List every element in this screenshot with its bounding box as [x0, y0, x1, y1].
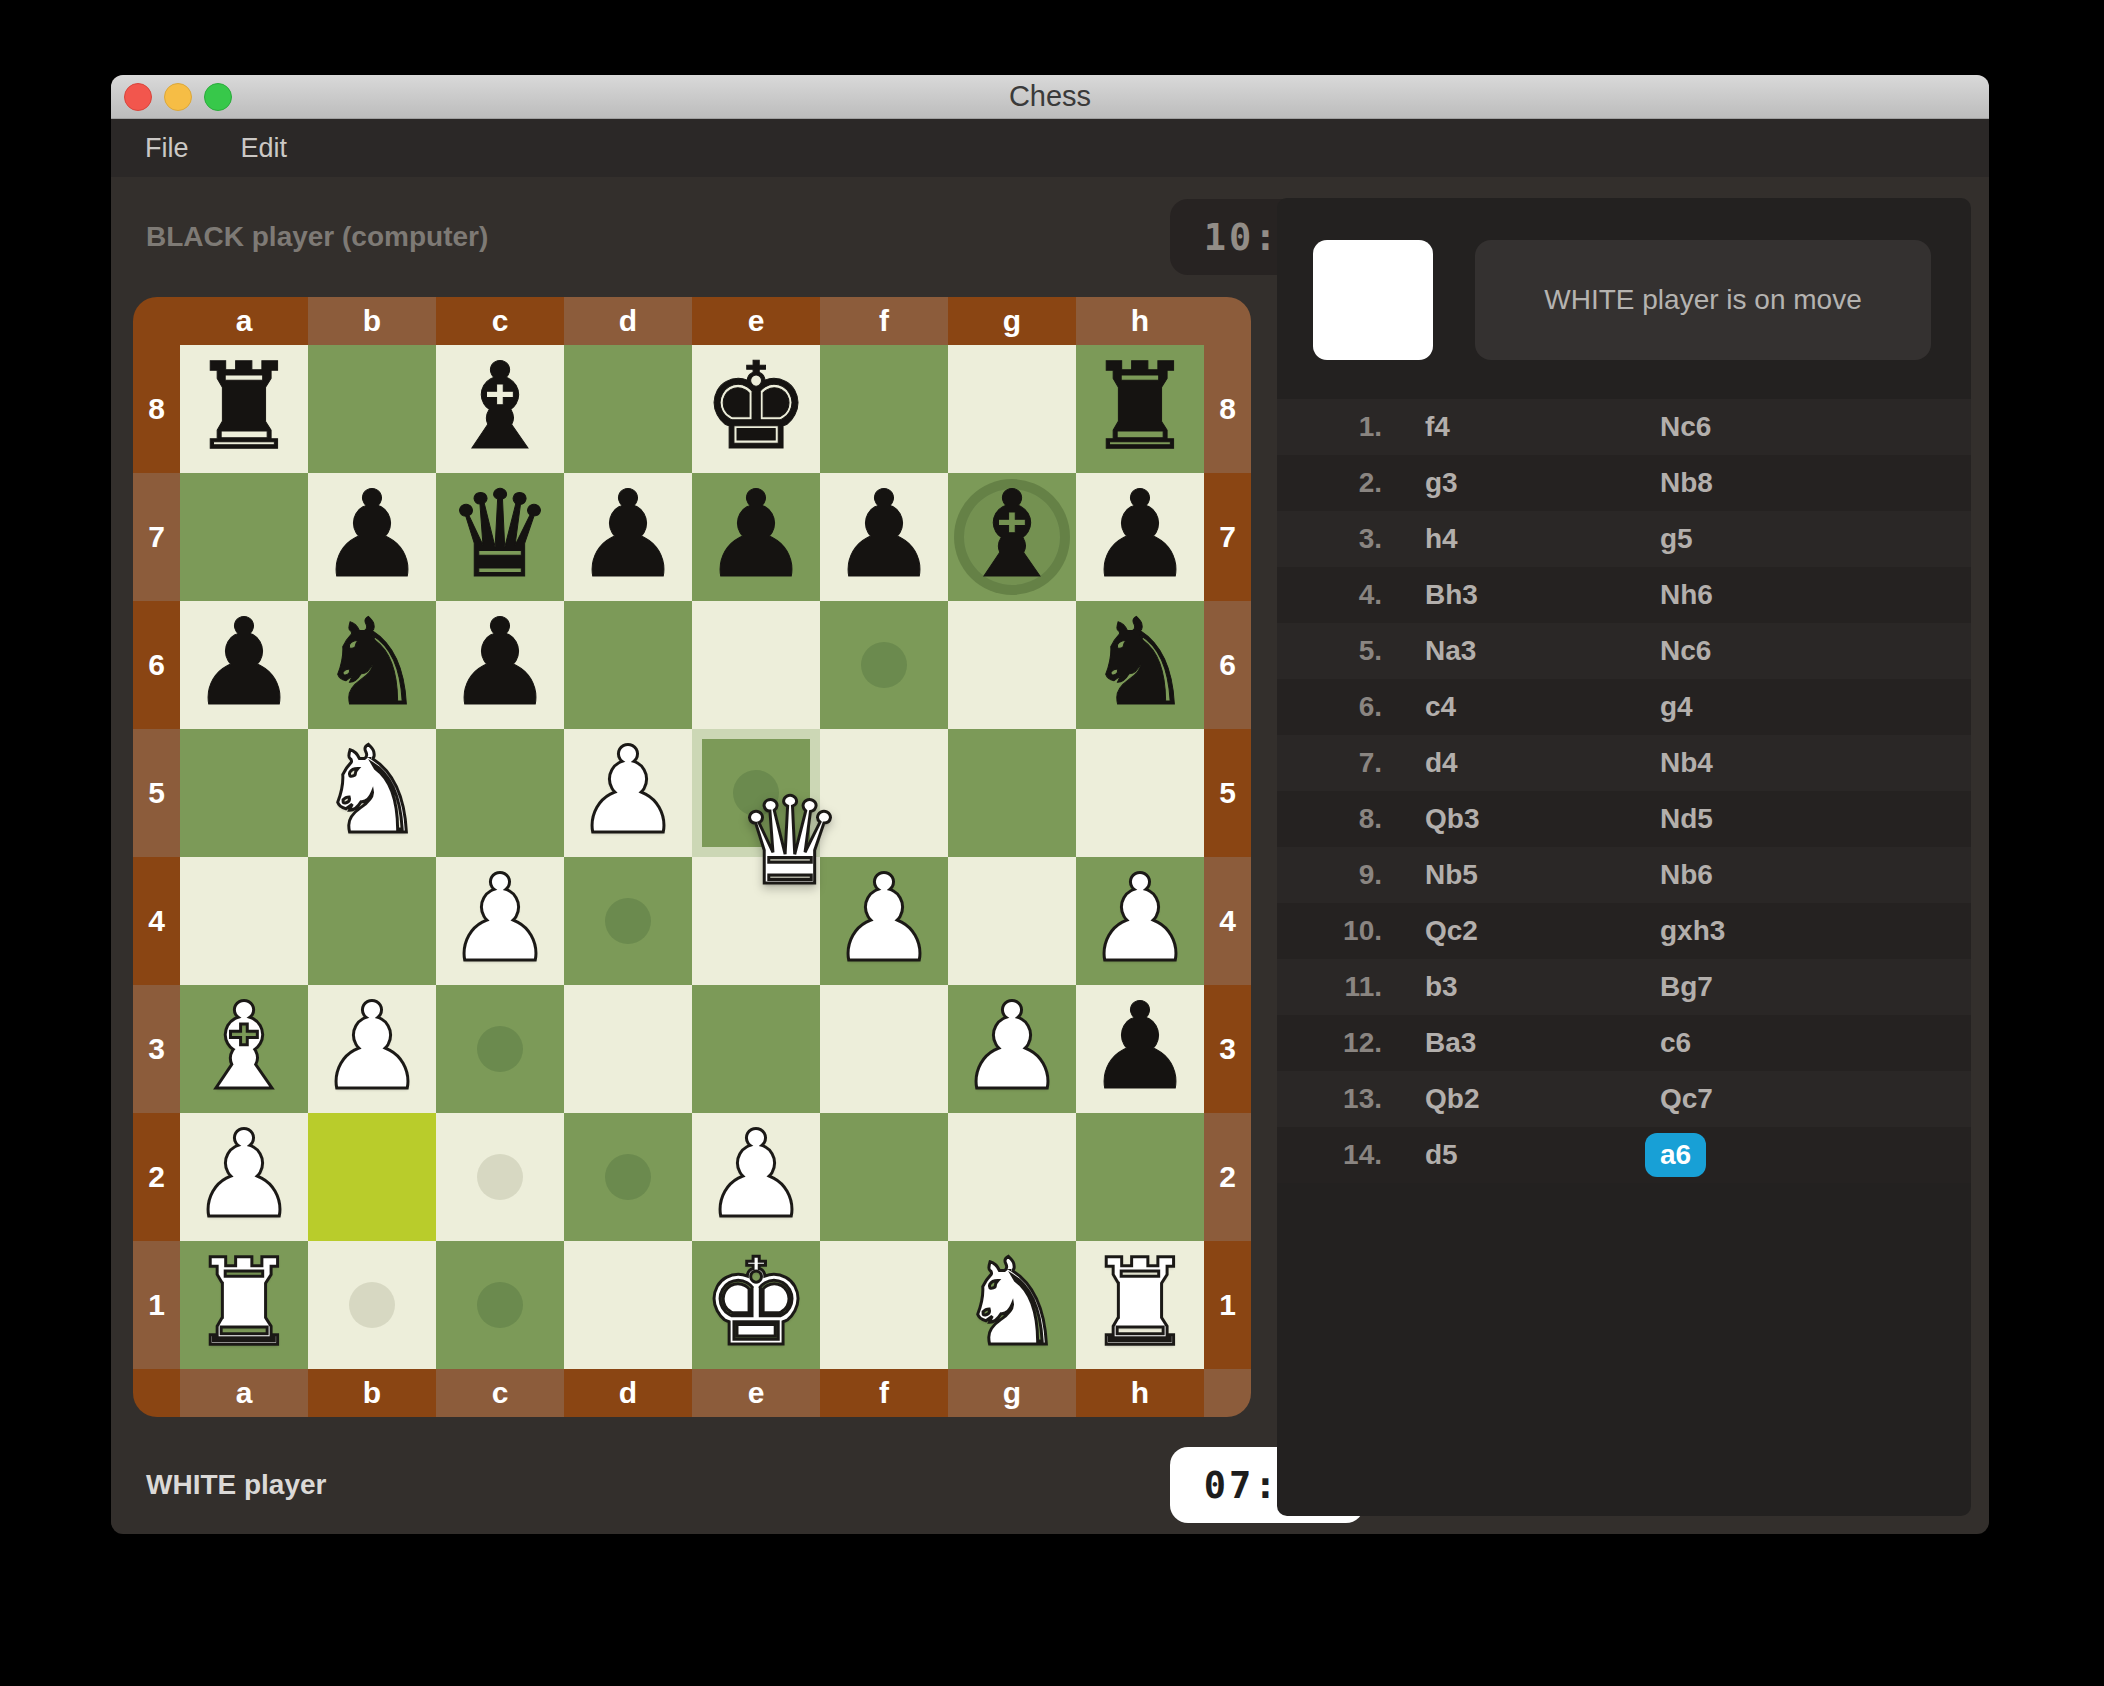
square-d2[interactable]: [564, 1113, 692, 1241]
black-move[interactable]: gxh3: [1660, 915, 1725, 947]
file-label-g: g: [948, 1369, 1076, 1417]
square-h8[interactable]: ♜: [1076, 345, 1204, 473]
piece-black-pawn[interactable]: ♟: [564, 473, 692, 601]
square-c4[interactable]: ♟: [436, 857, 564, 985]
piece-black-pawn[interactable]: ♟: [1076, 985, 1204, 1113]
white-move[interactable]: f4: [1425, 411, 1660, 443]
black-move[interactable]: Nc6: [1660, 635, 1711, 667]
square-h3[interactable]: ♟: [1076, 985, 1204, 1113]
piece-white-pawn[interactable]: ♟: [692, 1113, 820, 1241]
file-label-b: b: [308, 297, 436, 345]
legal-move-dot: [477, 1282, 523, 1328]
square-b1[interactable]: [308, 1241, 436, 1369]
square-f2[interactable]: [820, 1113, 948, 1241]
turn-indicator-white: [1313, 240, 1433, 360]
piece-black-bishop[interactable]: ♝: [436, 345, 564, 473]
square-a6[interactable]: ♟: [180, 601, 308, 729]
square-b5[interactable]: ♞: [308, 729, 436, 857]
square-b6[interactable]: ♞: [308, 601, 436, 729]
rank-label-8: 8: [1204, 345, 1251, 473]
square-g8[interactable]: [948, 345, 1076, 473]
square-h6[interactable]: ♞: [1076, 601, 1204, 729]
move-number: 13.: [1277, 1083, 1382, 1115]
piece-black-queen[interactable]: ♛: [436, 473, 564, 601]
move-row-14: 14.d5a6: [1277, 1127, 1971, 1183]
legal-move-dot: [861, 642, 907, 688]
square-g7[interactable]: ♝: [948, 473, 1076, 601]
menu-file[interactable]: File: [145, 133, 189, 164]
square-d1[interactable]: [564, 1241, 692, 1369]
square-a2[interactable]: ♟: [180, 1113, 308, 1241]
piece-white-pawn[interactable]: ♟: [564, 729, 692, 857]
move-number: 3.: [1277, 523, 1382, 555]
piece-white-pawn[interactable]: ♟: [180, 1113, 308, 1241]
square-e1[interactable]: ♚: [692, 1241, 820, 1369]
white-move[interactable]: g3: [1425, 467, 1660, 499]
white-move[interactable]: Na3: [1425, 635, 1660, 667]
square-e6[interactable]: [692, 601, 820, 729]
square-h4[interactable]: ♟: [1076, 857, 1204, 985]
move-number: 14.: [1277, 1139, 1382, 1171]
square-b4[interactable]: [308, 857, 436, 985]
move-number: 2.: [1277, 467, 1382, 499]
rank-label-1: 1: [1204, 1241, 1251, 1369]
panel-header: WHITE player is on move: [1277, 240, 1971, 360]
square-h2[interactable]: [1076, 1113, 1204, 1241]
rank-label-8: 8: [133, 345, 180, 473]
square-b3[interactable]: ♟: [308, 985, 436, 1113]
piece-black-king[interactable]: ♚: [692, 345, 820, 473]
white-move[interactable]: Bh3: [1425, 579, 1660, 611]
file-label-d: d: [564, 297, 692, 345]
piece-black-pawn[interactable]: ♟: [180, 601, 308, 729]
black-player-label: BLACK player (computer): [146, 221, 488, 253]
window-title: Chess: [111, 75, 1989, 118]
square-g1[interactable]: ♞: [948, 1241, 1076, 1369]
white-move[interactable]: Qb2: [1425, 1083, 1660, 1115]
board-corner: [1204, 1369, 1251, 1417]
piece-black-bishop[interactable]: ♝: [948, 473, 1076, 601]
piece-white-pawn[interactable]: ♟: [948, 985, 1076, 1113]
white-move[interactable]: Nb5: [1425, 859, 1660, 891]
move-number: 6.: [1277, 691, 1382, 723]
white-move[interactable]: Ba3: [1425, 1027, 1660, 1059]
file-label-a: a: [180, 1369, 308, 1417]
chess-board[interactable]: abcdefgh8♜♝♚♜87♟♛♟♟♟♝♟76♟♞♟♞65♞♟54♟♟♟43♝…: [133, 297, 1251, 1417]
square-h7[interactable]: ♟: [1076, 473, 1204, 601]
menu-bar: File Edit: [111, 119, 1989, 177]
file-label-b: b: [308, 1369, 436, 1417]
piece-black-rook[interactable]: ♜: [1076, 345, 1204, 473]
rank-label-4: 4: [1204, 857, 1251, 985]
rank-label-4: 4: [133, 857, 180, 985]
black-move[interactable]: Nb8: [1660, 467, 1713, 499]
square-b8[interactable]: [308, 345, 436, 473]
move-list: 1.f4Nc62.g3Nb83.h4g54.Bh3Nh65.Na3Nc66.c4…: [1277, 399, 1971, 1183]
rank-label-2: 2: [1204, 1113, 1251, 1241]
square-e7[interactable]: ♟: [692, 473, 820, 601]
square-e8[interactable]: ♚: [692, 345, 820, 473]
square-a1[interactable]: ♜: [180, 1241, 308, 1369]
move-number: 11.: [1277, 971, 1382, 1003]
move-row-8: 8.Qb3Nd5: [1277, 791, 1971, 847]
rank-label-1: 1: [133, 1241, 180, 1369]
legal-move-dot: [605, 898, 651, 944]
white-move[interactable]: h4: [1425, 523, 1660, 555]
current-move-badge[interactable]: a6: [1645, 1133, 1706, 1177]
dragged-piece-white-queen[interactable]: ♛: [726, 780, 854, 908]
piece-white-knight[interactable]: ♞: [308, 729, 436, 857]
square-a3[interactable]: ♝: [180, 985, 308, 1113]
rank-label-7: 7: [133, 473, 180, 601]
square-f3[interactable]: [820, 985, 948, 1113]
piece-white-rook[interactable]: ♜: [1076, 1241, 1204, 1369]
square-f7[interactable]: ♟: [820, 473, 948, 601]
square-f1[interactable]: [820, 1241, 948, 1369]
square-e2[interactable]: ♟: [692, 1113, 820, 1241]
rank-label-2: 2: [133, 1113, 180, 1241]
rank-label-5: 5: [133, 729, 180, 857]
move-row-5: 5.Na3Nc6: [1277, 623, 1971, 679]
legal-move-dot: [477, 1026, 523, 1072]
square-b7[interactable]: ♟: [308, 473, 436, 601]
piece-white-pawn[interactable]: ♟: [436, 857, 564, 985]
move-number: 12.: [1277, 1027, 1382, 1059]
black-move[interactable]: Qc7: [1660, 1083, 1713, 1115]
file-label-c: c: [436, 1369, 564, 1417]
piece-black-pawn[interactable]: ♟: [692, 473, 820, 601]
move-number: 4.: [1277, 579, 1382, 611]
status-message: WHITE player is on move: [1475, 240, 1931, 360]
move-row-12: 12.Ba3c6: [1277, 1015, 1971, 1071]
black-move[interactable]: Nb4: [1660, 747, 1713, 779]
legal-move-dot: [605, 1154, 651, 1200]
title-bar[interactable]: Chess: [111, 75, 1989, 119]
move-row-1: 1.f4Nc6: [1277, 399, 1971, 455]
white-move[interactable]: c4: [1425, 691, 1660, 723]
board-corner: [133, 1369, 180, 1417]
square-g3[interactable]: ♟: [948, 985, 1076, 1113]
square-e3[interactable]: [692, 985, 820, 1113]
square-a5[interactable]: [180, 729, 308, 857]
piece-black-pawn[interactable]: ♟: [1076, 473, 1204, 601]
piece-black-pawn[interactable]: ♟: [820, 473, 948, 601]
file-label-h: h: [1076, 1369, 1204, 1417]
move-row-10: 10.Qc2gxh3: [1277, 903, 1971, 959]
square-a7[interactable]: [180, 473, 308, 601]
rank-label-3: 3: [1204, 985, 1251, 1113]
square-d5[interactable]: ♟: [564, 729, 692, 857]
white-player-label: WHITE player: [146, 1469, 326, 1501]
move-row-4: 4.Bh3Nh6: [1277, 567, 1971, 623]
file-label-f: f: [820, 1369, 948, 1417]
black-move[interactable]: Nb6: [1660, 859, 1713, 891]
square-c7[interactable]: ♛: [436, 473, 564, 601]
black-move[interactable]: a6: [1660, 1133, 1706, 1177]
square-g6[interactable]: [948, 601, 1076, 729]
white-move[interactable]: Qc2: [1425, 915, 1660, 947]
piece-black-pawn[interactable]: ♟: [308, 473, 436, 601]
square-a8[interactable]: ♜: [180, 345, 308, 473]
square-a4[interactable]: [180, 857, 308, 985]
square-g2[interactable]: [948, 1113, 1076, 1241]
rank-label-5: 5: [1204, 729, 1251, 857]
game-info-panel: WHITE player is on move 1.f4Nc62.g3Nb83.…: [1277, 198, 1971, 1516]
piece-white-bishop[interactable]: ♝: [180, 985, 308, 1113]
board-corner: [133, 297, 180, 345]
square-d6[interactable]: [564, 601, 692, 729]
black-player-row: BLACK player (computer) 10:00: [134, 195, 1364, 279]
piece-white-pawn[interactable]: ♟: [1076, 857, 1204, 985]
square-d4[interactable]: [564, 857, 692, 985]
black-move[interactable]: c6: [1660, 1027, 1691, 1059]
move-row-6: 6.c4g4: [1277, 679, 1971, 735]
status-text: WHITE player is on move: [1544, 284, 1861, 316]
square-h1[interactable]: ♜: [1076, 1241, 1204, 1369]
chess-app-window: Chess File Edit BLACK player (computer) …: [111, 75, 1989, 1534]
piece-black-knight[interactable]: ♞: [1076, 601, 1204, 729]
black-move[interactable]: Nh6: [1660, 579, 1713, 611]
white-move[interactable]: Qb3: [1425, 803, 1660, 835]
square-c2[interactable]: [436, 1113, 564, 1241]
square-d7[interactable]: ♟: [564, 473, 692, 601]
rank-label-7: 7: [1204, 473, 1251, 601]
move-row-11: 11.b3Bg7: [1277, 959, 1971, 1015]
square-h5[interactable]: [1076, 729, 1204, 857]
move-number: 8.: [1277, 803, 1382, 835]
move-row-3: 3.h4g5: [1277, 511, 1971, 567]
square-c3[interactable]: [436, 985, 564, 1113]
square-g5[interactable]: [948, 729, 1076, 857]
move-row-9: 9.Nb5Nb6: [1277, 847, 1971, 903]
white-move[interactable]: d4: [1425, 747, 1660, 779]
white-move[interactable]: d5: [1425, 1139, 1660, 1171]
file-label-e: e: [692, 1369, 820, 1417]
move-number: 1.: [1277, 411, 1382, 443]
move-row-13: 13.Qb2Qc7: [1277, 1071, 1971, 1127]
piece-black-pawn[interactable]: ♟: [436, 601, 564, 729]
black-move[interactable]: Nc6: [1660, 411, 1711, 443]
piece-white-knight[interactable]: ♞: [948, 1241, 1076, 1369]
piece-black-rook[interactable]: ♜: [180, 345, 308, 473]
piece-white-rook[interactable]: ♜: [180, 1241, 308, 1369]
menu-edit[interactable]: Edit: [241, 133, 288, 164]
black-move[interactable]: g4: [1660, 691, 1693, 723]
square-g4[interactable]: [948, 857, 1076, 985]
move-number: 7.: [1277, 747, 1382, 779]
white-player-row: WHITE player 07:40: [134, 1443, 1364, 1527]
board-corner: [1204, 297, 1251, 345]
move-number: 9.: [1277, 859, 1382, 891]
black-move[interactable]: g5: [1660, 523, 1693, 555]
black-move[interactable]: Nd5: [1660, 803, 1713, 835]
rank-label-6: 6: [133, 601, 180, 729]
rank-label-3: 3: [133, 985, 180, 1113]
black-move[interactable]: Bg7: [1660, 971, 1713, 1003]
square-c6[interactable]: ♟: [436, 601, 564, 729]
square-c5[interactable]: [436, 729, 564, 857]
square-f6[interactable]: [820, 601, 948, 729]
square-d3[interactable]: [564, 985, 692, 1113]
move-number: 10.: [1277, 915, 1382, 947]
square-f8[interactable]: [820, 345, 948, 473]
move-number: 5.: [1277, 635, 1382, 667]
square-c1[interactable]: [436, 1241, 564, 1369]
file-label-f: f: [820, 297, 948, 345]
piece-white-pawn[interactable]: ♟: [308, 985, 436, 1113]
square-c8[interactable]: ♝: [436, 345, 564, 473]
legal-move-dot: [349, 1282, 395, 1328]
square-d8[interactable]: [564, 345, 692, 473]
move-row-2: 2.g3Nb8: [1277, 455, 1971, 511]
move-row-7: 7.d4Nb4: [1277, 735, 1971, 791]
legal-move-dot: [477, 1154, 523, 1200]
rank-label-6: 6: [1204, 601, 1251, 729]
piece-black-knight[interactable]: ♞: [308, 601, 436, 729]
white-move[interactable]: b3: [1425, 971, 1660, 1003]
file-label-d: d: [564, 1369, 692, 1417]
file-label-g: g: [948, 297, 1076, 345]
piece-white-king[interactable]: ♚: [692, 1241, 820, 1369]
square-b2[interactable]: [308, 1113, 436, 1241]
